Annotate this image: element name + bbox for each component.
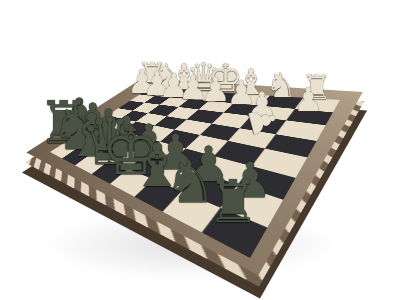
chess-set-photo: ♜♞♝♛♚♝♞♜♟♟♟♟♟♟♟♟♟♟♟♟♟♟♟♟♜♞♝♛♚♝♞♜♟ (0, 0, 400, 300)
